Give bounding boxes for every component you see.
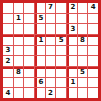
cell-r9c4[interactable] <box>35 88 45 98</box>
cell-r6c8[interactable] <box>78 56 88 66</box>
cell-r3c3[interactable] <box>24 24 34 34</box>
cell-r7c6[interactable] <box>56 67 66 77</box>
cell-r4c1[interactable] <box>3 35 13 45</box>
cell-r9c7[interactable] <box>67 88 77 98</box>
cell-r8c7: 1 <box>67 78 77 88</box>
cell-r2c5[interactable] <box>46 14 56 24</box>
cell-r7c5[interactable] <box>46 67 56 77</box>
cell-r1c2[interactable] <box>14 3 24 13</box>
cell-r2c8[interactable] <box>78 14 88 24</box>
cell-r6c4[interactable] <box>35 56 45 66</box>
cell-r1c9: 4 <box>88 3 98 13</box>
cell-r6c9[interactable] <box>88 56 98 66</box>
cell-r2c7[interactable] <box>67 14 77 24</box>
cell-r5c2[interactable] <box>14 46 24 56</box>
cell-r6c5[interactable] <box>46 56 56 66</box>
cell-r4c7[interactable] <box>67 35 77 45</box>
cell-r8c8[interactable] <box>78 78 88 88</box>
cell-r7c8: 5 <box>78 67 88 77</box>
cell-r5c3[interactable] <box>24 46 34 56</box>
cell-r2c2: 1 <box>14 14 24 24</box>
cell-r9c9[interactable] <box>88 88 98 98</box>
cell-r6c1: 2 <box>3 56 13 66</box>
cell-r8c4: 6 <box>35 78 45 88</box>
cell-r1c3[interactable] <box>24 3 34 13</box>
cell-r8c2[interactable] <box>14 78 24 88</box>
cell-r1c8[interactable] <box>78 3 88 13</box>
cell-r1c5: 7 <box>46 3 56 13</box>
cell-r6c6[interactable] <box>56 56 66 66</box>
cell-r1c6[interactable] <box>56 3 66 13</box>
cell-r7c4[interactable] <box>35 67 45 77</box>
cell-r4c2[interactable] <box>14 35 24 45</box>
cell-r3c4[interactable] <box>35 24 45 34</box>
cell-r4c5[interactable] <box>46 35 56 45</box>
cell-r2c6[interactable] <box>56 14 66 24</box>
cell-r2c3[interactable] <box>24 14 34 24</box>
cell-r2c4: 5 <box>35 14 45 24</box>
cell-r5c5[interactable] <box>46 46 56 56</box>
cell-r4c6: 5 <box>56 35 66 45</box>
cell-r8c6[interactable] <box>56 78 66 88</box>
cell-r9c5: 2 <box>46 88 56 98</box>
cell-r4c9[interactable] <box>88 35 98 45</box>
cell-r5c1: 3 <box>3 46 13 56</box>
cell-r7c3[interactable] <box>24 67 34 77</box>
cell-r3c2[interactable] <box>14 24 24 34</box>
cell-r7c9[interactable] <box>88 67 98 77</box>
cell-r9c3[interactable] <box>24 88 34 98</box>
cell-r1c7: 2 <box>67 3 77 13</box>
cell-r2c9[interactable] <box>88 14 98 24</box>
cell-r9c8[interactable] <box>78 88 88 98</box>
cell-r3c7: 3 <box>67 24 77 34</box>
cell-r7c2: 8 <box>14 67 24 77</box>
cell-r5c7[interactable] <box>67 46 77 56</box>
cell-r5c9[interactable] <box>88 46 98 56</box>
cell-r3c9[interactable] <box>88 24 98 34</box>
cell-r7c7[interactable] <box>67 67 77 77</box>
cell-r2c1[interactable] <box>3 14 13 24</box>
cell-r8c3[interactable] <box>24 78 34 88</box>
cell-r8c9[interactable] <box>88 78 98 88</box>
cell-r1c1[interactable] <box>3 3 13 13</box>
cell-r4c8: 8 <box>78 35 88 45</box>
cell-r5c8[interactable] <box>78 46 88 56</box>
cell-r3c5[interactable] <box>46 24 56 34</box>
cell-r3c8[interactable] <box>78 24 88 34</box>
cell-r4c4: 1 <box>35 35 45 45</box>
cell-r9c1: 4 <box>3 88 13 98</box>
cell-r5c6[interactable] <box>56 46 66 56</box>
sudoku-board: 72415315832856142 <box>0 0 101 101</box>
cell-r6c2[interactable] <box>14 56 24 66</box>
cell-r8c5[interactable] <box>46 78 56 88</box>
cell-r3c1[interactable] <box>3 24 13 34</box>
cell-r5c4[interactable] <box>35 46 45 56</box>
cell-r4c3[interactable] <box>24 35 34 45</box>
cell-r6c7[interactable] <box>67 56 77 66</box>
cell-r6c3[interactable] <box>24 56 34 66</box>
cell-r9c2[interactable] <box>14 88 24 98</box>
cell-r3c6[interactable] <box>56 24 66 34</box>
cell-r1c4[interactable] <box>35 3 45 13</box>
cell-r9c6[interactable] <box>56 88 66 98</box>
cell-r7c1[interactable] <box>3 67 13 77</box>
cell-r8c1[interactable] <box>3 78 13 88</box>
